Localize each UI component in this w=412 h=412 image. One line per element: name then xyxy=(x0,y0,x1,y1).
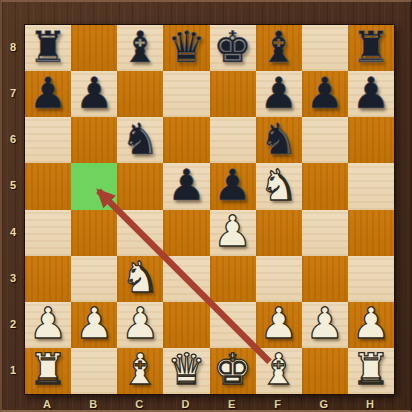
square-g4[interactable] xyxy=(302,210,348,256)
square-b2[interactable]: ♟ xyxy=(71,302,117,348)
square-h2[interactable]: ♟ xyxy=(348,302,394,348)
square-c5[interactable] xyxy=(117,163,163,209)
square-h3[interactable] xyxy=(348,256,394,302)
square-g7[interactable]: ♟ xyxy=(302,71,348,117)
square-e3[interactable] xyxy=(210,256,256,302)
square-e6[interactable] xyxy=(210,117,256,163)
square-f4[interactable] xyxy=(256,210,302,256)
square-d8[interactable]: ♛ xyxy=(163,25,209,71)
rank-label-4: 4 xyxy=(2,209,24,255)
file-label-d: D xyxy=(162,396,208,412)
piece-black-pawn[interactable]: ♟ xyxy=(75,72,114,115)
piece-white-pawn[interactable]: ♟ xyxy=(259,302,298,345)
square-e8[interactable]: ♚ xyxy=(210,25,256,71)
square-a2[interactable]: ♟ xyxy=(25,302,71,348)
piece-white-bishop[interactable]: ♝ xyxy=(121,348,160,391)
square-g2[interactable]: ♟ xyxy=(302,302,348,348)
square-e1[interactable]: ♚ xyxy=(210,348,256,394)
rank-label-6: 6 xyxy=(2,116,24,162)
square-d2[interactable] xyxy=(163,302,209,348)
piece-white-pawn[interactable]: ♟ xyxy=(75,302,114,345)
square-b4[interactable] xyxy=(71,210,117,256)
piece-white-knight[interactable]: ♞ xyxy=(121,256,160,299)
square-b8[interactable] xyxy=(71,25,117,71)
square-f5[interactable]: ♞ xyxy=(256,163,302,209)
square-h7[interactable]: ♟ xyxy=(348,71,394,117)
file-label-b: B xyxy=(70,396,116,412)
square-g5[interactable] xyxy=(302,163,348,209)
piece-black-pawn[interactable]: ♟ xyxy=(213,164,252,207)
square-d1[interactable]: ♛ xyxy=(163,348,209,394)
piece-black-pawn[interactable]: ♟ xyxy=(29,72,68,115)
piece-white-bishop[interactable]: ♝ xyxy=(259,348,298,391)
rank-label-5: 5 xyxy=(2,162,24,208)
piece-white-pawn[interactable]: ♟ xyxy=(306,302,345,345)
piece-white-rook[interactable]: ♜ xyxy=(352,348,391,391)
square-f8[interactable]: ♝ xyxy=(256,25,302,71)
board-frame: 87654321 ABCDEFGH ♜♝♛♚♝♜♟♟♟♟♟♞♞♟♟♞♟♞♟♟♟♟… xyxy=(0,0,412,412)
square-h5[interactable] xyxy=(348,163,394,209)
piece-black-queen[interactable]: ♛ xyxy=(167,26,206,69)
chess-board: ♜♝♛♚♝♜♟♟♟♟♟♞♞♟♟♞♟♞♟♟♟♟♟♟♜♝♛♚♝♜ xyxy=(24,24,395,395)
rank-label-8: 8 xyxy=(2,24,24,70)
piece-white-queen[interactable]: ♛ xyxy=(167,348,206,391)
square-a5[interactable] xyxy=(25,163,71,209)
piece-white-pawn[interactable]: ♟ xyxy=(213,210,252,253)
square-b3[interactable] xyxy=(71,256,117,302)
piece-black-pawn[interactable]: ♟ xyxy=(167,164,206,207)
file-label-f: F xyxy=(255,396,301,412)
square-a3[interactable] xyxy=(25,256,71,302)
square-h6[interactable] xyxy=(348,117,394,163)
square-a4[interactable] xyxy=(25,210,71,256)
square-a1[interactable]: ♜ xyxy=(25,348,71,394)
square-e5[interactable]: ♟ xyxy=(210,163,256,209)
square-c3[interactable]: ♞ xyxy=(117,256,163,302)
piece-black-rook[interactable]: ♜ xyxy=(352,26,391,69)
square-g6[interactable] xyxy=(302,117,348,163)
piece-black-pawn[interactable]: ♟ xyxy=(306,72,345,115)
piece-white-pawn[interactable]: ♟ xyxy=(29,302,68,345)
square-f3[interactable] xyxy=(256,256,302,302)
piece-white-king[interactable]: ♚ xyxy=(213,348,252,391)
piece-black-king[interactable]: ♚ xyxy=(213,26,252,69)
square-d5[interactable]: ♟ xyxy=(163,163,209,209)
rank-label-7: 7 xyxy=(2,70,24,116)
piece-black-bishop[interactable]: ♝ xyxy=(259,26,298,69)
square-g8[interactable] xyxy=(302,25,348,71)
square-f6[interactable]: ♞ xyxy=(256,117,302,163)
square-e7[interactable] xyxy=(210,71,256,117)
square-g1[interactable] xyxy=(302,348,348,394)
square-f7[interactable]: ♟ xyxy=(256,71,302,117)
square-h8[interactable]: ♜ xyxy=(348,25,394,71)
piece-white-pawn[interactable]: ♟ xyxy=(352,302,391,345)
rank-label-3: 3 xyxy=(2,255,24,301)
file-label-g: G xyxy=(301,396,347,412)
piece-black-pawn[interactable]: ♟ xyxy=(352,72,391,115)
square-c4[interactable] xyxy=(117,210,163,256)
square-b6[interactable] xyxy=(71,117,117,163)
piece-black-bishop[interactable]: ♝ xyxy=(121,26,160,69)
piece-white-knight[interactable]: ♞ xyxy=(259,164,298,207)
file-label-a: A xyxy=(24,396,70,412)
file-label-c: C xyxy=(116,396,162,412)
square-g3[interactable] xyxy=(302,256,348,302)
file-label-e: E xyxy=(209,396,255,412)
piece-black-knight[interactable]: ♞ xyxy=(259,118,298,161)
square-d3[interactable] xyxy=(163,256,209,302)
square-b7[interactable]: ♟ xyxy=(71,71,117,117)
square-e2[interactable] xyxy=(210,302,256,348)
file-label-h: H xyxy=(347,396,393,412)
square-f1[interactable]: ♝ xyxy=(256,348,302,394)
square-c8[interactable]: ♝ xyxy=(117,25,163,71)
square-d6[interactable] xyxy=(163,117,209,163)
square-b1[interactable] xyxy=(71,348,117,394)
piece-black-pawn[interactable]: ♟ xyxy=(259,72,298,115)
square-d4[interactable] xyxy=(163,210,209,256)
square-a8[interactable]: ♜ xyxy=(25,25,71,71)
square-a7[interactable]: ♟ xyxy=(25,71,71,117)
square-c6[interactable]: ♞ xyxy=(117,117,163,163)
piece-white-rook[interactable]: ♜ xyxy=(29,348,68,391)
square-d7[interactable] xyxy=(163,71,209,117)
square-h4[interactable] xyxy=(348,210,394,256)
rank-label-1: 1 xyxy=(2,347,24,393)
square-c2[interactable]: ♟ xyxy=(117,302,163,348)
piece-black-knight[interactable]: ♞ xyxy=(121,118,160,161)
rank-label-2: 2 xyxy=(2,301,24,347)
square-a6[interactable] xyxy=(25,117,71,163)
square-e4[interactable]: ♟ xyxy=(210,210,256,256)
square-b5[interactable] xyxy=(71,163,117,209)
square-h1[interactable]: ♜ xyxy=(348,348,394,394)
square-f2[interactable]: ♟ xyxy=(256,302,302,348)
piece-black-rook[interactable]: ♜ xyxy=(29,26,68,69)
piece-white-pawn[interactable]: ♟ xyxy=(121,302,160,345)
square-c7[interactable] xyxy=(117,71,163,117)
square-c1[interactable]: ♝ xyxy=(117,348,163,394)
